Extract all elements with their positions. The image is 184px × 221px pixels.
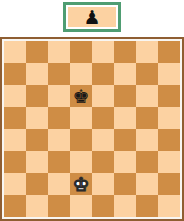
square-c7[interactable] [48,63,70,85]
square-g5[interactable] [136,107,158,129]
square-h2[interactable] [158,173,180,195]
square-f8[interactable] [114,41,136,63]
square-b3[interactable] [26,151,48,173]
square-d5[interactable] [70,107,92,129]
pocket-box[interactable]: ♟ [63,2,121,32]
square-h5[interactable] [158,107,180,129]
square-g2[interactable] [136,173,158,195]
square-d1[interactable] [70,195,92,217]
chess-app: ♟ ♚♚ [0,0,184,221]
square-h1[interactable] [158,195,180,217]
square-e6[interactable] [92,85,114,107]
square-e3[interactable] [92,151,114,173]
black-king-piece[interactable]: ♚ [72,85,89,107]
square-e7[interactable] [92,63,114,85]
square-f5[interactable] [114,107,136,129]
square-e5[interactable] [92,107,114,129]
square-d3[interactable] [70,151,92,173]
square-c6[interactable] [48,85,70,107]
square-a4[interactable] [4,129,26,151]
square-c2[interactable] [48,173,70,195]
pocket-tray: ♟ [68,7,116,27]
square-a1[interactable] [4,195,26,217]
square-d4[interactable] [70,129,92,151]
square-b6[interactable] [26,85,48,107]
square-a7[interactable] [4,63,26,85]
square-g4[interactable] [136,129,158,151]
square-f7[interactable] [114,63,136,85]
white-king-piece[interactable]: ♚ [72,173,89,195]
square-h3[interactable] [158,151,180,173]
square-c8[interactable] [48,41,70,63]
pocket-black-pawn-icon[interactable]: ♟ [83,7,100,27]
square-g3[interactable] [136,151,158,173]
square-e2[interactable] [92,173,114,195]
board-grid: ♚♚ [4,41,180,217]
square-e4[interactable] [92,129,114,151]
square-e1[interactable] [92,195,114,217]
square-a6[interactable] [4,85,26,107]
square-d6[interactable]: ♚ [70,85,92,107]
square-b7[interactable] [26,63,48,85]
square-f2[interactable] [114,173,136,195]
square-g6[interactable] [136,85,158,107]
square-a5[interactable] [4,107,26,129]
square-b4[interactable] [26,129,48,151]
square-c1[interactable] [48,195,70,217]
square-h8[interactable] [158,41,180,63]
square-d8[interactable] [70,41,92,63]
square-c5[interactable] [48,107,70,129]
square-f6[interactable] [114,85,136,107]
square-h4[interactable] [158,129,180,151]
square-d7[interactable] [70,63,92,85]
square-g7[interactable] [136,63,158,85]
square-c4[interactable] [48,129,70,151]
square-g1[interactable] [136,195,158,217]
square-d2[interactable]: ♚ [70,173,92,195]
square-f3[interactable] [114,151,136,173]
square-e8[interactable] [92,41,114,63]
square-c3[interactable] [48,151,70,173]
square-b2[interactable] [26,173,48,195]
square-b8[interactable] [26,41,48,63]
square-h6[interactable] [158,85,180,107]
chess-board: ♚♚ [0,37,184,221]
square-a2[interactable] [4,173,26,195]
square-a3[interactable] [4,151,26,173]
square-f4[interactable] [114,129,136,151]
square-g8[interactable] [136,41,158,63]
square-b1[interactable] [26,195,48,217]
square-h7[interactable] [158,63,180,85]
square-f1[interactable] [114,195,136,217]
square-b5[interactable] [26,107,48,129]
square-a8[interactable] [4,41,26,63]
